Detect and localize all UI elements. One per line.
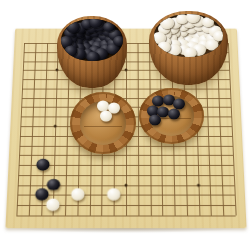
white-bowl-stone <box>158 42 171 53</box>
grid-line-horizontal <box>19 165 234 166</box>
white-bowl-stone <box>206 40 219 51</box>
white-bowl-stone <box>202 17 214 27</box>
lid-wood-seam <box>84 126 123 127</box>
black-bowl-stone <box>113 36 122 46</box>
grid-line-horizontal <box>17 195 235 196</box>
grid-line-horizontal <box>18 175 234 176</box>
white-bowl-stone <box>213 31 223 41</box>
bowl-lid-black-stones <box>139 88 204 144</box>
grid-line-vertical <box>228 43 237 215</box>
black-bowl-stone <box>103 22 115 32</box>
grid-line-horizontal <box>19 145 232 146</box>
black-stone-heap <box>61 19 123 61</box>
black-stone-D4 <box>47 179 61 191</box>
white-bowl-stone <box>160 17 174 29</box>
white-stone-bowl <box>149 11 228 85</box>
black-stone-bowl <box>57 16 127 88</box>
go-set-photo <box>0 0 250 250</box>
black-stone-on-lid <box>168 108 180 119</box>
grid-line-horizontal <box>19 155 233 156</box>
white-stone-J3 <box>107 189 120 201</box>
star-point <box>56 69 59 72</box>
grid-line-horizontal <box>16 215 235 216</box>
grid-line-vertical <box>16 43 25 215</box>
white-stone-D2 <box>46 199 60 211</box>
white-bowl-stone <box>183 48 196 57</box>
grid-line-vertical <box>29 43 37 215</box>
white-stone-F3 <box>71 189 85 201</box>
white-stone-heap <box>154 14 224 57</box>
white-stone-on-lid <box>100 110 112 121</box>
black-bowl-stone <box>66 21 80 33</box>
star-point <box>54 125 57 128</box>
black-bowl-stone <box>86 52 99 61</box>
black-stone-C3 <box>35 189 49 201</box>
bowl-lid-white-stones <box>70 92 136 154</box>
black-stone-on-lid <box>149 115 161 126</box>
star-point <box>125 69 128 72</box>
grid-line-vertical <box>137 43 139 215</box>
black-bowl-stone <box>64 46 77 57</box>
star-point <box>197 183 200 186</box>
black-stone-C6 <box>36 159 50 171</box>
star-point <box>124 183 127 186</box>
